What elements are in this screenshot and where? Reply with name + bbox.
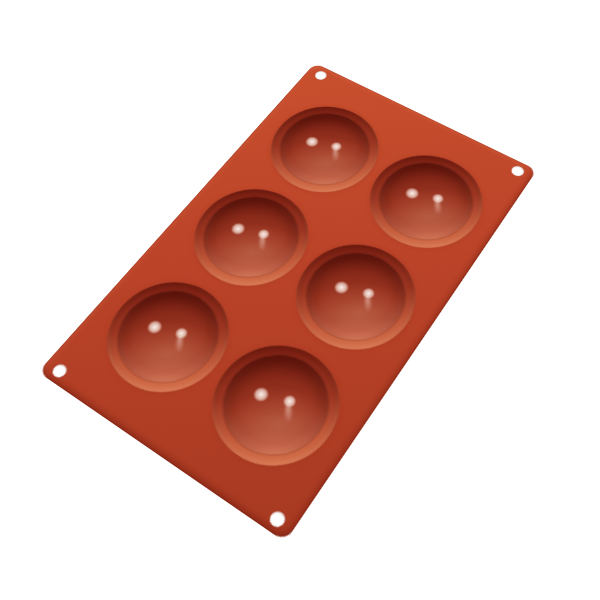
- specular-streak: [176, 336, 183, 352]
- cavity-recess-lip: [270, 105, 381, 194]
- cavity-recess-lip: [191, 187, 309, 287]
- silicone-mold-plate: [38, 63, 537, 542]
- cavity-recess-lip: [296, 243, 419, 352]
- specular-streak: [286, 404, 292, 421]
- specular-streak: [333, 148, 338, 160]
- cavity-hemisphere: [306, 251, 408, 341]
- specular-streak: [260, 236, 266, 250]
- photo-background: [0, 0, 600, 600]
- cavity-hemisphere: [113, 290, 221, 384]
- specular-highlight: [146, 320, 162, 334]
- corner-hole-4: [267, 508, 288, 530]
- corner-hole-1: [313, 69, 329, 81]
- cavity-recess-lip: [101, 280, 231, 394]
- cavity-hemisphere: [280, 112, 371, 186]
- cavity-hemisphere: [221, 354, 330, 457]
- cavity-recess-lip: [368, 154, 488, 250]
- cavity-recess-lip: [209, 344, 341, 468]
- specular-highlight: [405, 188, 420, 200]
- specular-highlight: [231, 223, 246, 235]
- specular-highlight: [334, 281, 349, 294]
- corner-hole-2: [509, 164, 526, 178]
- specular-highlight: [253, 387, 269, 402]
- cavity-hemisphere: [377, 161, 477, 241]
- cavity-hemisphere: [201, 195, 298, 278]
- corner-hole-3: [50, 362, 70, 380]
- specular-highlight: [305, 136, 318, 147]
